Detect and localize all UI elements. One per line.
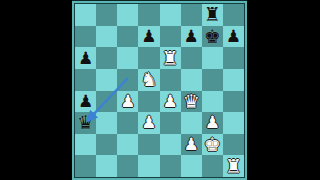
board-square[interactable] <box>181 47 202 69</box>
board-square[interactable]: ♟ <box>117 91 138 113</box>
board-square[interactable] <box>160 155 181 177</box>
chess-board: ♜♟♟♚♟♟♜♞♟♟♟♛♛♟♟♟♚♜ <box>75 4 244 177</box>
piece-white-pawn[interactable]: ♟ <box>205 114 220 131</box>
piece-white-king[interactable]: ♚ <box>204 135 221 154</box>
board-square[interactable]: ♛ <box>181 91 202 113</box>
board-square[interactable] <box>117 155 138 177</box>
piece-black-king[interactable]: ♚ <box>204 27 221 46</box>
board-square[interactable]: ♟ <box>138 112 159 134</box>
board-square[interactable] <box>138 4 159 26</box>
board-square[interactable] <box>160 134 181 156</box>
board-square[interactable] <box>202 69 223 91</box>
board-square[interactable]: ♜ <box>160 47 181 69</box>
board-square[interactable] <box>75 134 96 156</box>
board-square[interactable]: ♞ <box>138 69 159 91</box>
piece-black-pawn[interactable]: ♟ <box>78 93 93 110</box>
board-square[interactable] <box>223 4 244 26</box>
board-square[interactable]: ♚ <box>202 26 223 48</box>
board-square[interactable]: ♟ <box>75 91 96 113</box>
board-square[interactable] <box>96 112 117 134</box>
piece-white-rook[interactable]: ♜ <box>162 49 179 68</box>
board-square[interactable] <box>138 134 159 156</box>
board-square[interactable] <box>117 69 138 91</box>
board-square[interactable] <box>202 47 223 69</box>
board-square[interactable] <box>96 26 117 48</box>
board-square[interactable] <box>160 112 181 134</box>
board-square[interactable] <box>181 69 202 91</box>
board-square[interactable] <box>181 4 202 26</box>
board-square[interactable] <box>138 155 159 177</box>
board-square[interactable] <box>160 4 181 26</box>
board-square[interactable] <box>160 26 181 48</box>
board-square[interactable] <box>202 155 223 177</box>
board-square[interactable] <box>223 134 244 156</box>
board-square[interactable] <box>117 112 138 134</box>
board-square[interactable] <box>160 69 181 91</box>
board-square[interactable] <box>117 26 138 48</box>
board-square[interactable]: ♟ <box>160 91 181 113</box>
letterbox-right-bar <box>247 0 320 180</box>
piece-white-queen[interactable]: ♛ <box>183 92 200 111</box>
board-square[interactable] <box>117 134 138 156</box>
board-square[interactable] <box>75 69 96 91</box>
board-square[interactable]: ♜ <box>223 155 244 177</box>
board-square[interactable] <box>75 155 96 177</box>
board-square[interactable] <box>75 4 96 26</box>
board-square[interactable]: ♟ <box>138 26 159 48</box>
board-square[interactable] <box>138 91 159 113</box>
board-square[interactable] <box>117 4 138 26</box>
board-square[interactable]: ♟ <box>181 26 202 48</box>
board-square[interactable]: ♟ <box>75 47 96 69</box>
board-square[interactable]: ♟ <box>223 26 244 48</box>
piece-black-pawn[interactable]: ♟ <box>78 50 93 67</box>
board-square[interactable] <box>96 155 117 177</box>
board-square[interactable] <box>223 91 244 113</box>
piece-black-rook[interactable]: ♜ <box>204 5 221 24</box>
board-square[interactable] <box>223 112 244 134</box>
board-square[interactable]: ♟ <box>181 134 202 156</box>
board-square[interactable] <box>96 4 117 26</box>
board-square[interactable] <box>96 134 117 156</box>
piece-white-knight[interactable]: ♞ <box>140 70 157 89</box>
board-frame: ♜♟♟♚♟♟♜♞♟♟♟♛♛♟♟♟♚♜ <box>72 0 247 180</box>
board-square[interactable] <box>117 47 138 69</box>
board-square[interactable] <box>202 91 223 113</box>
board-square[interactable]: ♜ <box>202 4 223 26</box>
board-square[interactable] <box>75 26 96 48</box>
board-square[interactable] <box>181 155 202 177</box>
board-square[interactable] <box>223 47 244 69</box>
piece-white-pawn[interactable]: ♟ <box>162 93 177 110</box>
piece-white-pawn[interactable]: ♟ <box>184 136 199 153</box>
board-square[interactable] <box>181 112 202 134</box>
piece-white-pawn[interactable]: ♟ <box>120 93 135 110</box>
board-square[interactable]: ♟ <box>202 112 223 134</box>
board-square[interactable]: ♚ <box>202 134 223 156</box>
board-square[interactable] <box>96 47 117 69</box>
piece-white-pawn[interactable]: ♟ <box>141 114 156 131</box>
board-square[interactable] <box>96 69 117 91</box>
board-square[interactable]: ♛ <box>75 112 96 134</box>
board-square[interactable] <box>138 47 159 69</box>
piece-black-pawn[interactable]: ♟ <box>141 28 156 45</box>
board-square[interactable] <box>96 91 117 113</box>
thumbnail-stage: ♜♟♟♚♟♟♜♞♟♟♟♛♛♟♟♟♚♜ <box>0 0 320 180</box>
piece-black-pawn[interactable]: ♟ <box>184 28 199 45</box>
piece-black-pawn[interactable]: ♟ <box>226 28 241 45</box>
piece-white-rook[interactable]: ♜ <box>225 157 242 176</box>
board-square[interactable] <box>223 69 244 91</box>
piece-black-queen[interactable]: ♛ <box>77 113 94 132</box>
letterbox-left-bar <box>0 0 72 180</box>
